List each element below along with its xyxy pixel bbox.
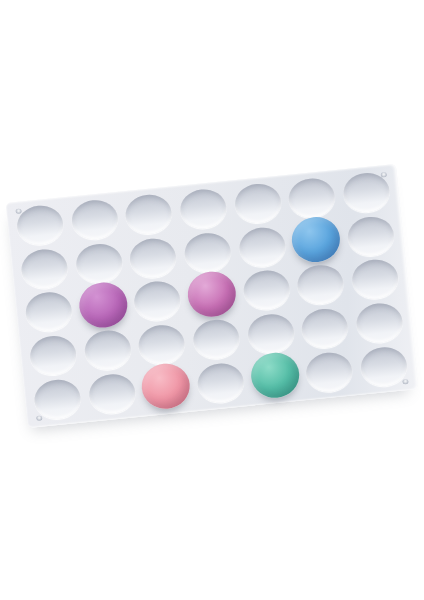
cavity-depression [16, 204, 66, 247]
cavity-r2c7[interactable] [341, 212, 400, 261]
cavity-r4c6[interactable] [296, 304, 355, 353]
cavity-depression [346, 215, 396, 258]
cavity-r1c2[interactable] [65, 196, 124, 245]
marble-board [6, 164, 419, 428]
marble-blue[interactable] [290, 215, 342, 265]
cavity-r1c7[interactable] [337, 169, 396, 218]
cavity-depression [24, 291, 74, 334]
cavity-depression [350, 258, 400, 301]
cavity-depression [237, 225, 287, 268]
cavity-depression [359, 345, 409, 388]
cavity-r3c3[interactable] [128, 277, 187, 326]
cavity-depression [129, 236, 179, 279]
cavity-r3c5[interactable] [237, 266, 296, 315]
cavity-r5c4[interactable] [191, 358, 250, 407]
marble-orchid[interactable] [77, 280, 129, 330]
cavity-r4c4[interactable] [187, 315, 246, 364]
marble-pink[interactable] [140, 362, 192, 412]
cavity-r1c4[interactable] [174, 185, 233, 234]
cavity-r1c3[interactable] [120, 190, 179, 239]
cavity-r4c7[interactable] [350, 299, 409, 348]
cavity-depression [287, 177, 337, 220]
cavity-r4c2[interactable] [78, 326, 137, 375]
cavity-depression [87, 372, 137, 415]
cavity-depression [246, 312, 296, 355]
cavity-depression [233, 182, 283, 225]
cavity-r1c6[interactable] [283, 174, 342, 223]
marble-magenta[interactable] [186, 269, 238, 319]
cavity-r2c2[interactable] [70, 239, 129, 288]
cavity-r4c1[interactable] [24, 331, 83, 380]
cavity-depression [33, 377, 83, 420]
cavity-r5c7[interactable] [354, 342, 413, 391]
cavity-depression [354, 301, 404, 344]
cavity-r3c2[interactable] [74, 282, 133, 331]
cavity-depression [29, 334, 79, 377]
cavity-depression [124, 193, 174, 236]
cavity-r5c1[interactable] [28, 375, 87, 424]
cavity-r3c6[interactable] [291, 261, 350, 310]
cavity-depression [196, 361, 246, 404]
cavity-r5c3[interactable] [137, 364, 196, 413]
cavity-depression [133, 280, 183, 323]
cavity-depression [20, 247, 70, 290]
cavity-depression [83, 329, 133, 372]
marble-teal[interactable] [249, 351, 301, 401]
cavity-r5c6[interactable] [300, 348, 359, 397]
cavity-depression [304, 350, 354, 393]
photo-background [0, 0, 424, 600]
cavity-depression [137, 323, 187, 366]
cavity-r5c5[interactable] [246, 353, 305, 402]
cavity-depression [300, 307, 350, 350]
cavity-r3c7[interactable] [346, 255, 405, 304]
cavity-r2c4[interactable] [178, 228, 237, 277]
cavity-r3c1[interactable] [20, 288, 79, 337]
cavity-depression [341, 171, 391, 214]
cavity-r5c2[interactable] [83, 369, 142, 418]
cavity-depression [74, 242, 124, 285]
cavity-depression [296, 263, 346, 306]
cavity-r2c6[interactable] [287, 217, 346, 266]
cavity-depression [179, 188, 229, 231]
cavity-depression [241, 269, 291, 312]
cavity-r2c1[interactable] [15, 244, 74, 293]
cavity-r1c1[interactable] [11, 201, 70, 250]
cavity-r2c3[interactable] [124, 234, 183, 283]
cavity-depression [191, 318, 241, 361]
cavity-r1c5[interactable] [228, 179, 287, 228]
mold-grid [6, 164, 419, 428]
cavity-r4c3[interactable] [133, 320, 192, 369]
cavity-r4c5[interactable] [241, 310, 300, 359]
cavity-depression [70, 198, 120, 241]
cavity-depression [183, 231, 233, 274]
cavity-r2c5[interactable] [233, 223, 292, 272]
cavity-r3c4[interactable] [183, 272, 242, 321]
